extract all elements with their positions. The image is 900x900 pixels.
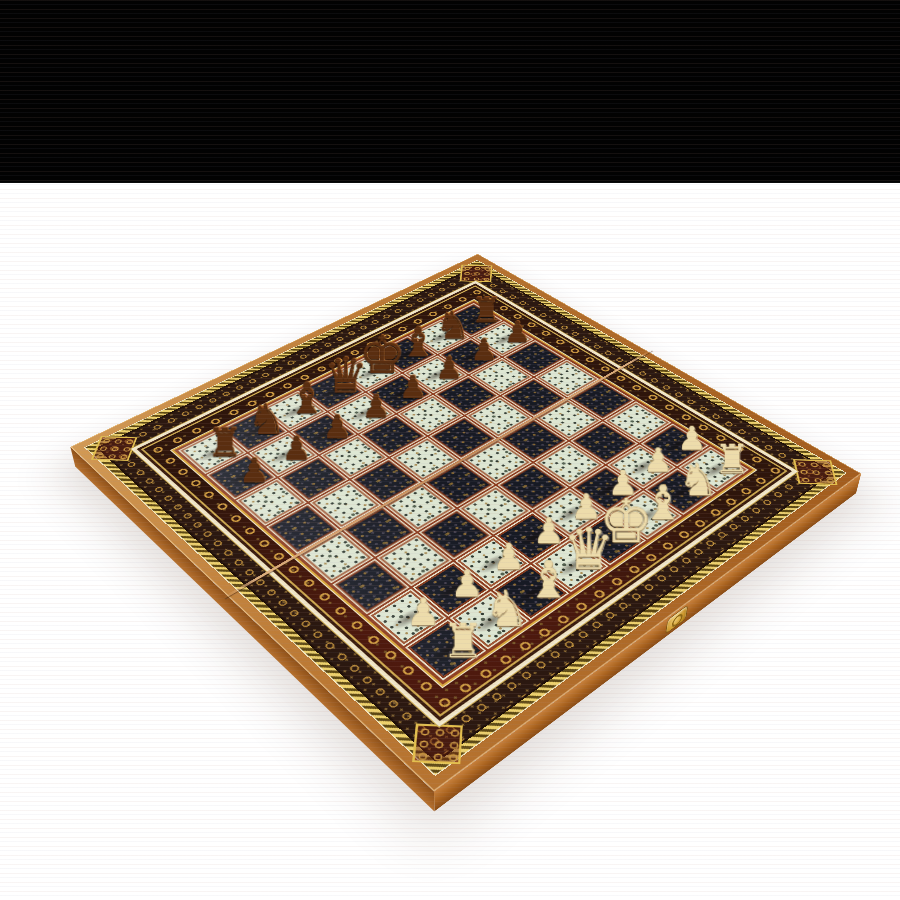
black-pawn-g7[interactable]: ♟ <box>470 335 497 365</box>
black-pawn-d7[interactable]: ♟ <box>361 390 390 422</box>
square-e3[interactable] <box>497 463 568 509</box>
square-g5[interactable] <box>501 378 566 417</box>
latch-ring-icon <box>671 612 683 630</box>
chess-board: ♜♞♝♛♚♝♞♜♟♟♟♟♟♟♟♟♟♟♟♟♟♟♟♟♜♞♝♛♚♝♞♜ <box>70 254 861 792</box>
square-a2[interactable]: ♟ <box>368 588 447 646</box>
black-rook-h8[interactable]: ♜ <box>470 293 502 328</box>
black-rook-a8[interactable]: ♜ <box>207 422 243 462</box>
corner-arch-motif <box>412 724 463 765</box>
corner-arch-motif <box>793 459 838 485</box>
inner-rosette-band: ♜♞♝♛♚♝♞♜♟♟♟♟♟♟♟♟♟♟♟♟♟♟♟♟♜♞♝♛♚♝♞♜ <box>134 282 795 724</box>
white-pawn-a2[interactable]: ♟ <box>407 593 441 631</box>
white-knight-b1[interactable]: ♞ <box>484 584 529 634</box>
white-pawn-d2[interactable]: ♟ <box>533 513 565 549</box>
ivory-pinstripe: ♜♞♝♛♚♝♞♜♟♟♟♟♟♟♟♟♟♟♟♟♟♟♟♟♜♞♝♛♚♝♞♜ <box>130 280 799 728</box>
black-pawn-e7[interactable]: ♟ <box>399 371 427 402</box>
photo-scene: ♜♞♝♛♚♝♞♜♟♟♟♟♟♟♟♟♟♟♟♟♟♟♟♟♜♞♝♛♚♝♞♜ <box>165 164 757 756</box>
wood-rim: ♜♞♝♛♚♝♞♜♟♟♟♟♟♟♟♟♟♟♟♟♟♟♟♟♜♞♝♛♚♝♞♜ <box>70 254 861 792</box>
outer-rosette-band: ♜♞♝♛♚♝♞♜♟♟♟♟♟♟♟♟♟♟♟♟♟♟♟♟♜♞♝♛♚♝♞♜ <box>97 265 834 762</box>
square-b5[interactable] <box>310 481 381 529</box>
black-pawn-h7[interactable]: ♟ <box>503 317 530 347</box>
background-top-band <box>0 0 900 183</box>
white-pawn-b2[interactable]: ♟ <box>451 565 484 602</box>
corner-arch-motif <box>91 436 138 461</box>
white-pawn-h2[interactable]: ♟ <box>677 422 706 455</box>
bead-ribbon-border: ♜♞♝♛♚♝♞♜♟♟♟♟♟♟♟♟♟♟♟♟♟♟♟♟♜♞♝♛♚♝♞♜ <box>84 260 847 776</box>
white-pawn-g2[interactable]: ♟ <box>643 443 673 477</box>
white-rook-h1[interactable]: ♜ <box>713 439 749 480</box>
square-e5[interactable] <box>429 417 496 459</box>
black-queen-d8[interactable]: ♛ <box>323 351 367 400</box>
square-h5[interactable] <box>535 360 599 398</box>
square-d3[interactable] <box>459 486 531 534</box>
white-bishop-c1[interactable]: ♝ <box>526 554 572 605</box>
white-pawn-c2[interactable]: ♟ <box>493 539 526 575</box>
square-a8[interactable]: ♜ <box>178 430 246 474</box>
black-knight-b8[interactable]: ♞ <box>247 399 285 441</box>
black-pawn-c7[interactable]: ♟ <box>322 411 351 443</box>
black-pawn-b7[interactable]: ♟ <box>281 432 311 465</box>
black-pawn-f7[interactable]: ♟ <box>435 352 463 383</box>
white-rook-a1[interactable]: ♜ <box>442 617 485 664</box>
square-a4[interactable] <box>299 531 374 583</box>
black-bishop-c8[interactable]: ♝ <box>287 377 326 420</box>
black-knight-g8[interactable]: ♞ <box>435 306 469 344</box>
black-pawn-a7[interactable]: ♟ <box>239 453 269 487</box>
